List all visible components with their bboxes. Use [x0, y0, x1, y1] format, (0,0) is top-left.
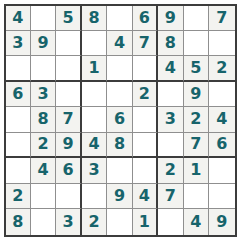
sudoku-cell-r3c6[interactable] [133, 56, 158, 81]
cell-digit: 9 [216, 214, 227, 230]
cell-digit: 4 [12, 10, 23, 26]
cell-digit: 4 [88, 136, 99, 152]
sudoku-cell-r1c3[interactable]: 5 [56, 6, 81, 31]
sudoku-cell-r5c2[interactable]: 8 [31, 107, 56, 132]
sudoku-cell-r2c3[interactable] [56, 31, 81, 56]
sudoku-cell-r9c7[interactable] [158, 209, 183, 234]
cell-digit: 8 [12, 214, 23, 230]
sudoku-cell-r3c9[interactable]: 2 [209, 56, 234, 81]
cell-digit: 4 [114, 35, 125, 51]
cell-digit: 9 [165, 10, 176, 26]
cell-digit: 8 [88, 10, 99, 26]
cell-digit: 2 [165, 162, 176, 178]
sudoku-cell-r4c6[interactable]: 2 [133, 82, 158, 107]
cell-digit: 4 [38, 162, 49, 178]
sudoku-cell-r4c4[interactable] [82, 82, 107, 107]
sudoku-cell-r8c1[interactable]: 2 [6, 184, 31, 209]
sudoku-board: 4586973947814526329876324294876463212947… [4, 4, 237, 237]
sudoku-cell-r3c4[interactable]: 1 [82, 56, 107, 81]
cell-digit: 2 [139, 86, 150, 102]
cell-digit: 6 [216, 136, 227, 152]
cell-digit: 9 [114, 188, 125, 204]
sudoku-cell-r1c9[interactable]: 7 [209, 6, 234, 31]
sudoku-cell-r9c4[interactable]: 2 [82, 209, 107, 234]
cell-digit: 4 [190, 214, 201, 230]
sudoku-cell-r5c1[interactable] [6, 107, 31, 132]
sudoku-cell-r9c5[interactable] [107, 209, 132, 234]
sudoku-cell-r2c4[interactable] [82, 31, 107, 56]
sudoku-cell-r1c5[interactable] [107, 6, 132, 31]
sudoku-cell-r6c4[interactable]: 4 [82, 133, 107, 158]
sudoku-cell-r4c3[interactable] [56, 82, 81, 107]
sudoku-cell-r8c9[interactable] [209, 184, 234, 209]
sudoku-cell-r4c7[interactable] [158, 82, 183, 107]
sudoku-cell-r7c7[interactable]: 2 [158, 158, 183, 183]
cell-digit: 5 [190, 60, 201, 76]
sudoku-cell-r3c8[interactable]: 5 [184, 56, 209, 81]
cell-digit: 3 [12, 35, 23, 51]
cell-digit: 2 [190, 111, 201, 127]
cell-digit: 8 [38, 111, 49, 127]
sudoku-cell-r3c2[interactable] [31, 56, 56, 81]
sudoku-cell-r2c5[interactable]: 4 [107, 31, 132, 56]
sudoku-cell-r5c9[interactable]: 4 [209, 107, 234, 132]
cell-digit: 2 [216, 60, 227, 76]
sudoku-cell-r4c9[interactable] [209, 82, 234, 107]
sudoku-cell-r6c1[interactable] [6, 133, 31, 158]
cell-digit: 7 [190, 136, 201, 152]
sudoku-cell-r2c6[interactable]: 7 [133, 31, 158, 56]
sudoku-page: 4586973947814526329876324294876463212947… [0, 0, 240, 240]
sudoku-cell-r9c8[interactable]: 4 [184, 209, 209, 234]
sudoku-cell-r5c6[interactable] [133, 107, 158, 132]
cell-digit: 4 [139, 188, 150, 204]
sudoku-cell-r1c7[interactable]: 9 [158, 6, 183, 31]
sudoku-cell-r2c2[interactable]: 9 [31, 31, 56, 56]
sudoku-cell-r2c1[interactable]: 3 [6, 31, 31, 56]
cell-digit: 7 [63, 111, 74, 127]
cell-digit: 2 [88, 214, 99, 230]
sudoku-cell-r1c6[interactable]: 6 [133, 6, 158, 31]
cell-digit: 1 [88, 60, 99, 76]
sudoku-cell-r7c2[interactable]: 4 [31, 158, 56, 183]
sudoku-cell-r6c7[interactable] [158, 133, 183, 158]
sudoku-cell-r9c9[interactable]: 9 [209, 209, 234, 234]
cell-digit: 6 [114, 111, 125, 127]
sudoku-cell-r6c5[interactable]: 8 [107, 133, 132, 158]
sudoku-cell-r8c6[interactable]: 4 [133, 184, 158, 209]
cell-digit: 7 [216, 10, 227, 26]
cell-digit: 6 [12, 86, 23, 102]
sudoku-cell-r8c5[interactable]: 9 [107, 184, 132, 209]
sudoku-cell-r8c3[interactable] [56, 184, 81, 209]
sudoku-cell-r6c3[interactable]: 9 [56, 133, 81, 158]
sudoku-cell-r5c8[interactable]: 2 [184, 107, 209, 132]
sudoku-cell-r6c8[interactable]: 7 [184, 133, 209, 158]
sudoku-cell-r4c1[interactable]: 6 [6, 82, 31, 107]
sudoku-cell-r7c9[interactable] [209, 158, 234, 183]
sudoku-cell-r4c5[interactable] [107, 82, 132, 107]
sudoku-cell-r7c5[interactable] [107, 158, 132, 183]
sudoku-cell-r8c2[interactable] [31, 184, 56, 209]
sudoku-cell-r7c6[interactable] [133, 158, 158, 183]
sudoku-cell-r3c3[interactable] [56, 56, 81, 81]
cell-digit: 3 [63, 214, 74, 230]
sudoku-cell-r9c3[interactable]: 3 [56, 209, 81, 234]
sudoku-cell-r1c8[interactable] [184, 6, 209, 31]
sudoku-cell-r6c6[interactable] [133, 133, 158, 158]
cell-digit: 9 [190, 86, 201, 102]
cell-digit: 9 [38, 35, 49, 51]
sudoku-cell-r5c3[interactable]: 7 [56, 107, 81, 132]
sudoku-cell-r7c8[interactable]: 1 [184, 158, 209, 183]
sudoku-cell-r5c4[interactable] [82, 107, 107, 132]
sudoku-cell-r1c2[interactable] [31, 6, 56, 31]
cell-digit: 8 [165, 35, 176, 51]
cell-digit: 7 [139, 35, 150, 51]
cell-digit: 1 [190, 162, 201, 178]
sudoku-cell-r6c2[interactable]: 2 [31, 133, 56, 158]
sudoku-cell-r9c2[interactable] [31, 209, 56, 234]
sudoku-cell-r7c4[interactable]: 3 [82, 158, 107, 183]
sudoku-cell-r2c7[interactable]: 8 [158, 31, 183, 56]
sudoku-cell-r7c3[interactable]: 6 [56, 158, 81, 183]
cell-digit: 1 [139, 214, 150, 230]
sudoku-cell-r1c4[interactable]: 8 [82, 6, 107, 31]
sudoku-cell-r7c1[interactable] [6, 158, 31, 183]
cell-digit: 6 [139, 10, 150, 26]
sudoku-cell-r3c5[interactable] [107, 56, 132, 81]
sudoku-cell-r4c2[interactable]: 3 [31, 82, 56, 107]
sudoku-cell-r5c5[interactable]: 6 [107, 107, 132, 132]
sudoku-cell-r2c9[interactable] [209, 31, 234, 56]
cell-digit: 3 [165, 111, 176, 127]
cell-digit: 5 [63, 10, 74, 26]
cell-digit: 3 [88, 162, 99, 178]
sudoku-cell-r8c7[interactable]: 7 [158, 184, 183, 209]
sudoku-cell-r8c4[interactable] [82, 184, 107, 209]
cell-digit: 4 [216, 111, 227, 127]
cell-digit: 2 [38, 136, 49, 152]
sudoku-cell-r8c8[interactable] [184, 184, 209, 209]
sudoku-cell-r3c7[interactable]: 4 [158, 56, 183, 81]
sudoku-cell-r5c7[interactable]: 3 [158, 107, 183, 132]
cell-digit: 7 [165, 188, 176, 204]
sudoku-cell-r9c6[interactable]: 1 [133, 209, 158, 234]
cell-digit: 4 [165, 60, 176, 76]
cell-digit: 8 [114, 136, 125, 152]
cell-digit: 2 [12, 188, 23, 204]
sudoku-cell-r4c8[interactable]: 9 [184, 82, 209, 107]
sudoku-cell-r9c1[interactable]: 8 [6, 209, 31, 234]
cell-digit: 9 [63, 136, 74, 152]
sudoku-cell-r3c1[interactable] [6, 56, 31, 81]
sudoku-cell-r2c8[interactable] [184, 31, 209, 56]
cell-digit: 6 [63, 162, 74, 178]
sudoku-cell-r6c9[interactable]: 6 [209, 133, 234, 158]
sudoku-cell-r1c1[interactable]: 4 [6, 6, 31, 31]
cell-digit: 3 [38, 86, 49, 102]
